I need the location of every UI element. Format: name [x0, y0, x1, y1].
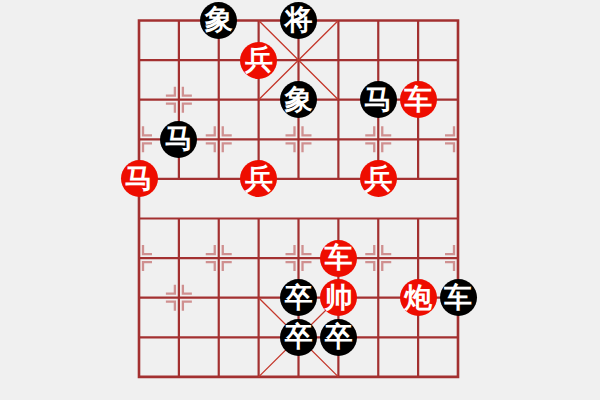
piece-red-chariot[interactable]: 车: [320, 240, 357, 277]
piece-black-elephant[interactable]: 象: [280, 81, 317, 118]
piece-red-soldier[interactable]: 兵: [360, 160, 397, 197]
piece-black-soldier[interactable]: 卒: [280, 279, 317, 316]
piece-black-elephant[interactable]: 象: [200, 2, 237, 39]
piece-red-soldier[interactable]: 兵: [240, 42, 277, 79]
board-grid: 象将兵象马车马马兵兵车卒帅炮车卒卒: [119, 1, 478, 397]
xiangqi-board: 象将兵象马车马马兵兵车卒帅炮车卒卒: [0, 0, 600, 400]
piece-black-horse[interactable]: 马: [360, 81, 397, 118]
piece-red-soldier[interactable]: 兵: [240, 160, 277, 197]
piece-black-soldier[interactable]: 卒: [280, 319, 317, 356]
piece-black-general[interactable]: 将: [280, 2, 317, 39]
piece-black-soldier[interactable]: 卒: [320, 319, 357, 356]
piece-red-general[interactable]: 帅: [320, 279, 357, 316]
piece-black-chariot[interactable]: 车: [440, 279, 477, 316]
piece-red-horse[interactable]: 马: [121, 160, 158, 197]
piece-black-horse[interactable]: 马: [160, 121, 197, 158]
piece-red-chariot[interactable]: 车: [400, 81, 437, 118]
piece-red-cannon[interactable]: 炮: [400, 279, 437, 316]
